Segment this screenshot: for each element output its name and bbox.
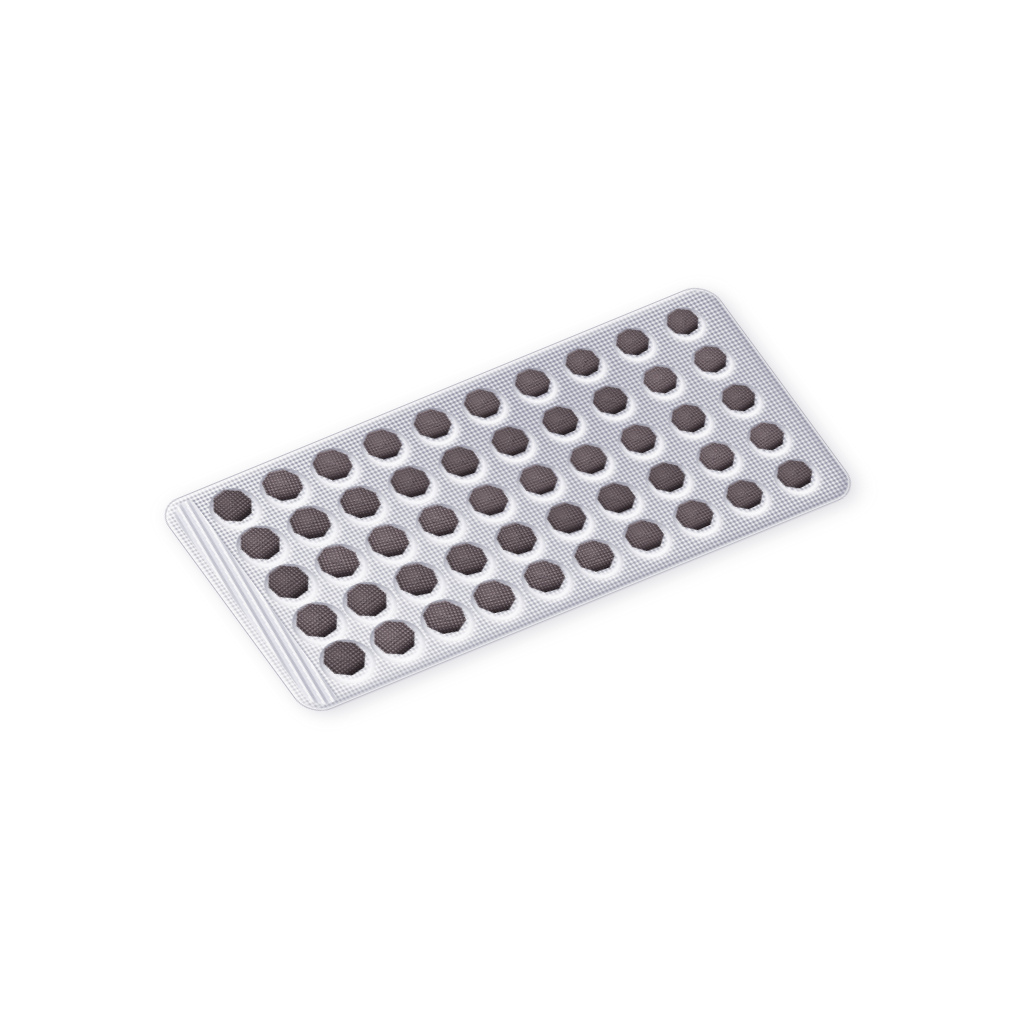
photo-canvas: 1001001001001001001001001001001001001001…: [0, 0, 1024, 1024]
tablet-marking: 100: [357, 595, 374, 605]
tablet-marking: 100: [689, 509, 701, 521]
tablet-marking: 100: [458, 556, 474, 563]
tablet-marking: 100: [531, 477, 545, 482]
tablet: 100: [558, 344, 606, 382]
tablet: 100: [490, 519, 543, 559]
tablet-marking: 100: [537, 573, 552, 580]
tablet-marking: 100: [510, 532, 522, 545]
tablet-marking: 100: [604, 397, 617, 403]
tablet-marking: 100: [309, 614, 321, 628]
tablet-marking: 100: [587, 550, 601, 562]
tablet: 100: [568, 536, 621, 576]
tablet-grid: 1001001001001001001001001001001001001001…: [196, 294, 837, 691]
tablet-marking: 100: [505, 436, 515, 448]
tablet-marking: 100: [329, 556, 346, 567]
tablet-marking: 100: [435, 613, 452, 623]
tablet: 100: [334, 484, 386, 522]
tablet-marking: 100: [761, 431, 773, 442]
tablet: 100: [412, 501, 464, 540]
tablet-marking: 100: [452, 458, 467, 466]
tablet-marking: 100: [386, 632, 401, 645]
tablet: 100: [618, 516, 671, 556]
tablet: 100: [540, 498, 592, 538]
tablet-marking: 100: [732, 393, 746, 402]
tablet: 100: [742, 417, 791, 456]
tablet-marking: 100: [659, 472, 673, 482]
tablet: 100: [389, 560, 442, 599]
tablet: 100: [668, 495, 720, 535]
tablet: 100: [306, 446, 357, 484]
tablet-marking: 100: [274, 481, 290, 490]
tablet: 100: [434, 443, 485, 482]
tablet-marking: 100: [631, 435, 645, 442]
tablet: 100: [417, 598, 470, 637]
tablet: 100: [485, 422, 536, 461]
tablet-marking: 100: [408, 573, 423, 586]
tablet-marking: 100: [679, 316, 686, 327]
tablet-marking: 100: [558, 514, 573, 523]
tablet: 100: [384, 463, 435, 502]
tablet: 100: [517, 557, 570, 597]
tablet: 100: [664, 399, 713, 438]
tablet-marking: 100: [430, 517, 445, 525]
tablet-marking: 100: [404, 476, 417, 488]
tablet: 100: [586, 381, 635, 419]
tablet-marking: 100: [228, 500, 235, 512]
tablet-marking: 100: [476, 398, 489, 409]
tablet: 100: [715, 379, 763, 417]
tablet: 100: [535, 402, 585, 441]
tablet-marking: 100: [704, 357, 717, 362]
tablet: 100: [770, 455, 820, 495]
tablet-marking: 100: [737, 491, 752, 499]
tablet-marking: 100: [553, 416, 567, 426]
tablet-marking: 100: [481, 495, 496, 506]
tablet: 100: [256, 467, 307, 504]
tablet-marking: 100: [684, 413, 694, 424]
tablet: 100: [719, 475, 770, 515]
tablet: 100: [284, 505, 336, 543]
tablet-marking: 100: [324, 460, 339, 469]
tablet-marking: 100: [654, 375, 666, 385]
tablet: 100: [312, 543, 364, 581]
tablet: 100: [508, 364, 557, 402]
tablet: 100: [687, 341, 734, 378]
tablet: 100: [660, 303, 706, 340]
tablet-marking: 100: [352, 500, 367, 506]
tablet: 100: [362, 522, 414, 561]
tablet-marking: 100: [251, 540, 268, 549]
tablet: 100: [590, 478, 642, 518]
tablet-marking: 100: [525, 380, 539, 386]
tablet: 100: [641, 457, 692, 497]
tablet: 100: [462, 481, 514, 520]
tablet-marking: 100: [302, 518, 317, 530]
tablet-marking: 100: [790, 468, 799, 480]
tablet-marking: 100: [582, 454, 594, 466]
tablet: 100: [636, 361, 684, 399]
tablet-marking: 100: [609, 493, 624, 501]
tablet-marking: 100: [336, 655, 352, 662]
tablet-marking: 100: [577, 357, 587, 368]
blister-pack: 1001001001001001001001001001001001001001…: [156, 282, 860, 717]
tablet: 100: [457, 384, 507, 422]
tablet: 100: [203, 483, 259, 529]
tablet: 100: [563, 440, 614, 479]
tablet: 100: [512, 460, 563, 499]
tablet-marking: 100: [425, 421, 439, 427]
tablet: 100: [467, 577, 521, 617]
tablet-marking: 100: [486, 592, 502, 603]
tablet: 100: [613, 419, 663, 458]
tablet: 100: [439, 539, 492, 578]
tablet-marking: 100: [637, 533, 652, 539]
tablet-marking: 100: [710, 454, 724, 459]
tablet-marking: 100: [380, 536, 396, 546]
tablet: 100: [609, 323, 656, 360]
tablet: 100: [407, 405, 457, 443]
tablet-marking: 100: [374, 439, 389, 449]
tablet-marking: 100: [280, 576, 296, 588]
tablet: 100: [357, 425, 408, 463]
tablet: 100: [691, 437, 741, 476]
tablet-marking: 100: [626, 338, 640, 346]
